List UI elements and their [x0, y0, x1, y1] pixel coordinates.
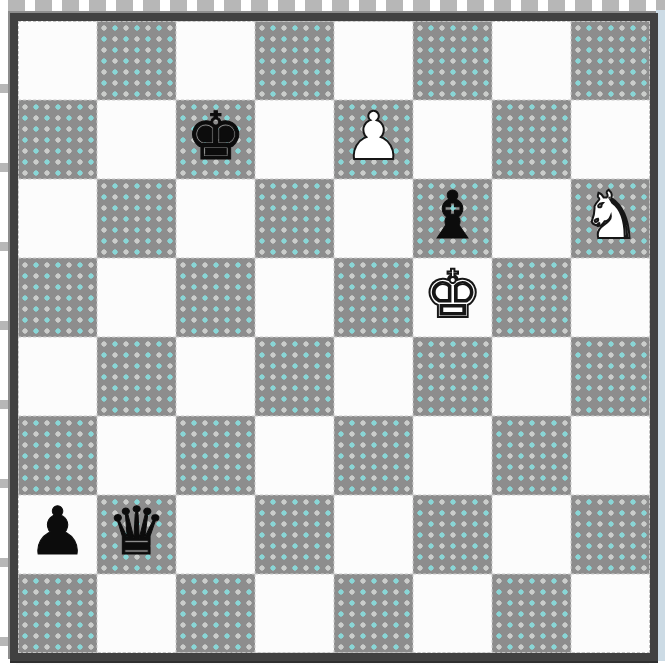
square-c7[interactable]: ♚: [176, 100, 255, 179]
square-h7[interactable]: [571, 100, 650, 179]
square-a6[interactable]: [18, 179, 97, 258]
square-h5[interactable]: [571, 258, 650, 337]
square-b2[interactable]: ♛: [97, 495, 176, 574]
square-a7[interactable]: [18, 100, 97, 179]
square-f2[interactable]: [413, 495, 492, 574]
square-a4[interactable]: [18, 337, 97, 416]
square-e3[interactable]: [334, 416, 413, 495]
square-b6[interactable]: [97, 179, 176, 258]
square-c6[interactable]: [176, 179, 255, 258]
square-g2[interactable]: [492, 495, 571, 574]
square-a8[interactable]: [18, 21, 97, 100]
square-d8[interactable]: [255, 21, 334, 100]
square-d4[interactable]: [255, 337, 334, 416]
square-a1[interactable]: [18, 574, 97, 653]
square-f1[interactable]: [413, 574, 492, 653]
board-frame: ♚♟♝♞♚♟♛: [10, 13, 658, 661]
square-e4[interactable]: [334, 337, 413, 416]
square-g6[interactable]: [492, 179, 571, 258]
square-f4[interactable]: [413, 337, 492, 416]
white-king-piece: ♚: [423, 255, 482, 334]
square-b1[interactable]: [97, 574, 176, 653]
square-f3[interactable]: [413, 416, 492, 495]
square-h3[interactable]: [571, 416, 650, 495]
square-h8[interactable]: [571, 21, 650, 100]
white-pawn-piece: ♟: [344, 97, 403, 176]
square-d5[interactable]: [255, 258, 334, 337]
square-h1[interactable]: [571, 574, 650, 653]
black-pawn-piece: ♟: [28, 492, 87, 571]
square-d3[interactable]: [255, 416, 334, 495]
square-g4[interactable]: [492, 337, 571, 416]
square-h4[interactable]: [571, 337, 650, 416]
square-e7[interactable]: ♟: [334, 100, 413, 179]
square-b5[interactable]: [97, 258, 176, 337]
square-e6[interactable]: [334, 179, 413, 258]
square-f6[interactable]: ♝: [413, 179, 492, 258]
square-f8[interactable]: [413, 21, 492, 100]
square-e8[interactable]: [334, 21, 413, 100]
chess-board: ♚♟♝♞♚♟♛: [18, 21, 650, 653]
square-d1[interactable]: [255, 574, 334, 653]
square-c8[interactable]: [176, 21, 255, 100]
square-c3[interactable]: [176, 416, 255, 495]
square-f5[interactable]: ♚: [413, 258, 492, 337]
square-e2[interactable]: [334, 495, 413, 574]
square-a2[interactable]: ♟: [18, 495, 97, 574]
square-c2[interactable]: [176, 495, 255, 574]
square-d7[interactable]: [255, 100, 334, 179]
square-g8[interactable]: [492, 21, 571, 100]
square-h6[interactable]: ♞: [571, 179, 650, 258]
black-king-piece: ♚: [186, 97, 245, 176]
square-a5[interactable]: [18, 258, 97, 337]
selection-ants-left: [0, 14, 9, 651]
square-g1[interactable]: [492, 574, 571, 653]
square-h2[interactable]: [571, 495, 650, 574]
square-g3[interactable]: [492, 416, 571, 495]
square-g5[interactable]: [492, 258, 571, 337]
square-c1[interactable]: [176, 574, 255, 653]
square-g7[interactable]: [492, 100, 571, 179]
square-c5[interactable]: [176, 258, 255, 337]
square-e1[interactable]: [334, 574, 413, 653]
black-bishop-piece: ♝: [423, 176, 482, 255]
square-b7[interactable]: [97, 100, 176, 179]
square-d2[interactable]: [255, 495, 334, 574]
selection-ants-top: [8, 0, 665, 12]
square-e5[interactable]: [334, 258, 413, 337]
square-a3[interactable]: [18, 416, 97, 495]
square-b4[interactable]: [97, 337, 176, 416]
chess-diagram: ♚♟♝♞♚♟♛: [0, 0, 665, 665]
square-b8[interactable]: [97, 21, 176, 100]
square-c4[interactable]: [176, 337, 255, 416]
square-d6[interactable]: [255, 179, 334, 258]
square-b3[interactable]: [97, 416, 176, 495]
black-queen-piece: ♛: [107, 492, 166, 571]
square-f7[interactable]: [413, 100, 492, 179]
white-knight-piece: ♞: [581, 176, 640, 255]
